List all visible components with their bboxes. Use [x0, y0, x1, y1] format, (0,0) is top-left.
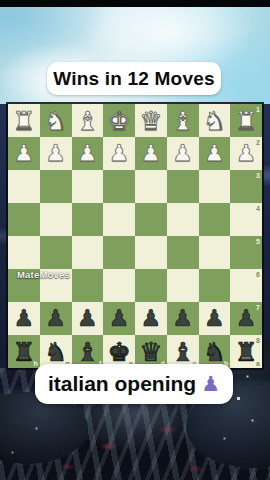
caption-banner: italian opening ♟	[35, 364, 233, 404]
square-h7[interactable]: ♟	[8, 302, 40, 335]
square-c7[interactable]: ♟	[167, 302, 199, 335]
rank-label-1: 1	[256, 106, 260, 113]
square-a4[interactable]: 4	[230, 203, 262, 236]
rank-label-7: 7	[256, 304, 260, 311]
black-pawn[interactable]: ♟	[199, 302, 231, 335]
rank-label-3: 3	[256, 172, 260, 179]
square-h3[interactable]	[8, 170, 40, 203]
square-b3[interactable]	[199, 170, 231, 203]
black-pawn[interactable]: ♟	[40, 302, 72, 335]
chess-board[interactable]: ♜♞♝♚♛♝♞♜1♟♟♟♟♟♟♟♟23456♟♟♟♟♟♟♟♟7♜h♞g♝f♚e♛…	[8, 104, 262, 368]
square-c1[interactable]: ♝	[167, 104, 199, 137]
square-a8[interactable]: ♜8a	[230, 335, 262, 368]
square-b1[interactable]: ♞	[199, 104, 231, 137]
square-a6[interactable]: 6	[230, 269, 262, 302]
square-g4[interactable]	[40, 203, 72, 236]
rank-label-2: 2	[256, 139, 260, 146]
square-b5[interactable]	[199, 236, 231, 269]
white-bishop[interactable]: ♝	[167, 104, 199, 137]
black-pawn[interactable]: ♟	[72, 302, 104, 335]
square-h5[interactable]	[8, 236, 40, 269]
white-bishop[interactable]: ♝	[72, 104, 104, 137]
square-g7[interactable]: ♟	[40, 302, 72, 335]
square-a2[interactable]: ♟2	[230, 137, 262, 170]
file-label-a: a	[256, 360, 260, 367]
white-rook[interactable]: ♜	[8, 104, 40, 137]
square-a1[interactable]: ♜1	[230, 104, 262, 137]
rank-label-8: 8	[256, 337, 260, 344]
square-a5[interactable]: 5	[230, 236, 262, 269]
square-c2[interactable]: ♟	[167, 137, 199, 170]
square-e7[interactable]: ♟	[103, 302, 135, 335]
square-a7[interactable]: ♟7	[230, 302, 262, 335]
square-c3[interactable]	[167, 170, 199, 203]
white-knight[interactable]: ♞	[199, 104, 231, 137]
title-text: Wins in 12 Moves	[53, 68, 214, 90]
square-f4[interactable]	[72, 203, 104, 236]
file-label-h: h	[33, 360, 37, 367]
square-e5[interactable]	[103, 236, 135, 269]
black-pawn[interactable]: ♟	[167, 302, 199, 335]
square-d5[interactable]	[135, 236, 167, 269]
square-a3[interactable]: 3	[230, 170, 262, 203]
square-b6[interactable]	[199, 269, 231, 302]
white-pawn[interactable]: ♟	[199, 137, 231, 170]
white-pawn[interactable]: ♟	[72, 137, 104, 170]
square-d6[interactable]	[135, 269, 167, 302]
square-g1[interactable]: ♞	[40, 104, 72, 137]
pawn-icon: ♟	[201, 374, 220, 395]
black-pawn[interactable]: ♟	[103, 302, 135, 335]
square-f1[interactable]: ♝	[72, 104, 104, 137]
rank-label-5: 5	[256, 238, 260, 245]
square-d7[interactable]: ♟	[135, 302, 167, 335]
top-letterbox-bar	[0, 0, 270, 7]
square-f5[interactable]	[72, 236, 104, 269]
square-h2[interactable]: ♟	[8, 137, 40, 170]
square-e3[interactable]	[103, 170, 135, 203]
square-c5[interactable]	[167, 236, 199, 269]
white-pawn[interactable]: ♟	[8, 137, 40, 170]
square-h4[interactable]	[8, 203, 40, 236]
square-h8[interactable]: ♜h	[8, 335, 40, 368]
square-g5[interactable]	[40, 236, 72, 269]
caption-text: italian opening	[48, 372, 196, 396]
square-d3[interactable]	[135, 170, 167, 203]
square-g2[interactable]: ♟	[40, 137, 72, 170]
watermark: MateMoves	[17, 269, 70, 280]
white-pawn[interactable]: ♟	[135, 137, 167, 170]
rank-label-6: 6	[256, 271, 260, 278]
square-g3[interactable]	[40, 170, 72, 203]
square-e6[interactable]	[103, 269, 135, 302]
white-pawn[interactable]: ♟	[103, 137, 135, 170]
square-h1[interactable]: ♜	[8, 104, 40, 137]
square-b4[interactable]	[199, 203, 231, 236]
square-c6[interactable]	[167, 269, 199, 302]
title-banner: Wins in 12 Moves	[47, 62, 221, 95]
white-pawn[interactable]: ♟	[167, 137, 199, 170]
square-b2[interactable]: ♟	[199, 137, 231, 170]
square-d1[interactable]: ♛	[135, 104, 167, 137]
square-c4[interactable]	[167, 203, 199, 236]
square-f6[interactable]	[72, 269, 104, 302]
video-frame: Wins in 12 Moves ♜♞♝♚♛♝♞♜1♟♟♟♟♟♟♟♟23456♟…	[0, 0, 270, 480]
white-knight[interactable]: ♞	[40, 104, 72, 137]
square-d4[interactable]	[135, 203, 167, 236]
white-queen[interactable]: ♛	[135, 104, 167, 137]
white-pawn[interactable]: ♟	[40, 137, 72, 170]
square-f7[interactable]: ♟	[72, 302, 104, 335]
black-pawn[interactable]: ♟	[135, 302, 167, 335]
square-e2[interactable]: ♟	[103, 137, 135, 170]
black-pawn[interactable]: ♟	[8, 302, 40, 335]
square-d2[interactable]: ♟	[135, 137, 167, 170]
star-specks	[0, 0, 1, 1]
square-f3[interactable]	[72, 170, 104, 203]
rank-label-4: 4	[256, 205, 260, 212]
square-e1[interactable]: ♚	[103, 104, 135, 137]
square-f2[interactable]: ♟	[72, 137, 104, 170]
square-e4[interactable]	[103, 203, 135, 236]
white-king[interactable]: ♚	[103, 104, 135, 137]
square-b7[interactable]: ♟	[199, 302, 231, 335]
